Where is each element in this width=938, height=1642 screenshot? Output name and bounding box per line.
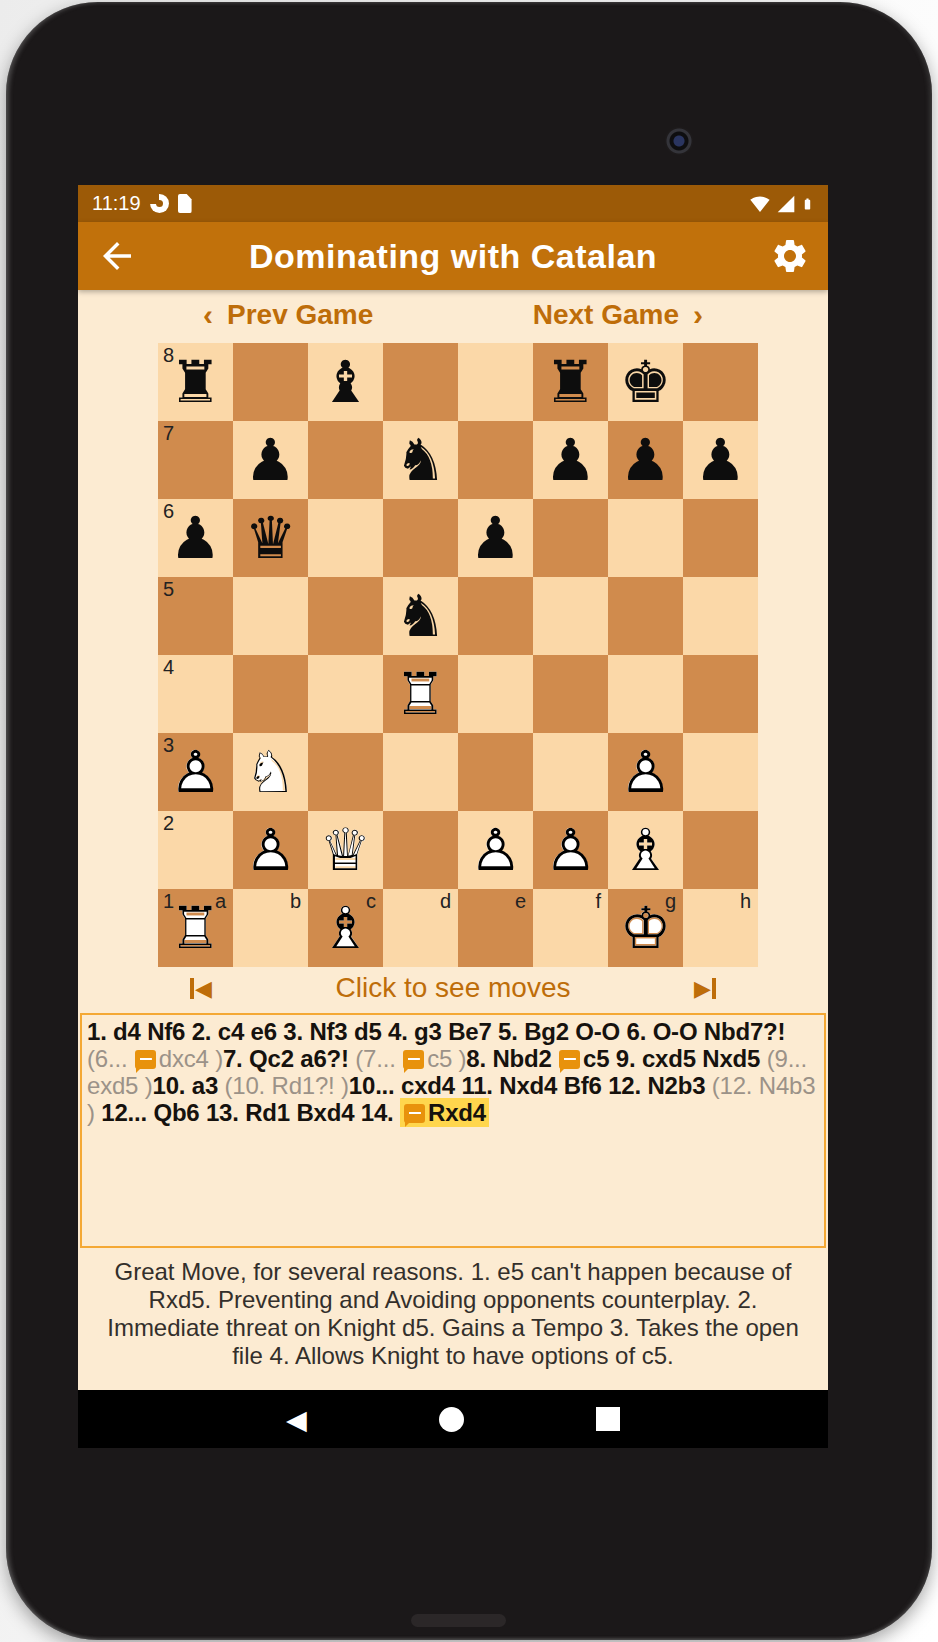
white-queen: ♛♕: [320, 821, 372, 879]
square-g4[interactable]: [608, 655, 683, 733]
black-pawn: ♟: [695, 431, 747, 489]
square-h8[interactable]: [683, 343, 758, 421]
white-rook: ♜♖: [395, 665, 447, 723]
file-label: b: [290, 890, 301, 913]
move-token[interactable]: 9. cxd5 Nxd5: [609, 1045, 766, 1072]
square-d8[interactable]: [383, 343, 458, 421]
square-e4[interactable]: [458, 655, 533, 733]
square-b5[interactable]: [233, 577, 308, 655]
battery-icon: [801, 193, 814, 215]
prev-game-button[interactable]: ‹ Prev Game: [203, 298, 373, 332]
white-bishop: ♝♗: [620, 821, 672, 879]
skip-to-end-icon: [712, 978, 716, 999]
square-a6[interactable]: 6♟: [158, 499, 233, 577]
square-f8[interactable]: ♜: [533, 343, 608, 421]
square-d1[interactable]: d: [383, 889, 458, 967]
square-h6[interactable]: [683, 499, 758, 577]
square-b3[interactable]: ♞♘: [233, 733, 308, 811]
square-g6[interactable]: [608, 499, 683, 577]
white-rook: ♜♖: [170, 899, 222, 957]
black-queen: ♛: [245, 509, 297, 567]
white-bishop: ♝♗: [320, 899, 372, 957]
cellular-signal-icon: [776, 194, 796, 214]
square-h5[interactable]: [683, 577, 758, 655]
white-pawn: ♟♙: [620, 743, 672, 801]
square-h4[interactable]: [683, 655, 758, 733]
move-commentary: Great Move, for several reasons. 1. e5 c…: [78, 1248, 828, 1370]
move-token[interactable]: 12... Qb6 13. Rd1 Bxd4 14.: [101, 1099, 400, 1126]
square-b4[interactable]: [233, 655, 308, 733]
next-game-button[interactable]: Next Game ›: [533, 298, 703, 332]
black-pawn: ♟: [545, 431, 597, 489]
white-knight: ♞♘: [245, 743, 297, 801]
square-b2[interactable]: ♟♙: [233, 811, 308, 889]
move-token[interactable]: dxc4 ): [134, 1045, 223, 1072]
square-e7[interactable]: [458, 421, 533, 499]
move-list: 1. d4 Nf6 2. c4 e6 3. Nf3 d5 4. g3 Be7 5…: [80, 1013, 826, 1248]
square-f3[interactable]: [533, 733, 608, 811]
recents-icon[interactable]: [596, 1407, 620, 1431]
square-a2[interactable]: 2: [158, 811, 233, 889]
rank-label: 4: [163, 656, 174, 679]
bezel-notch: [411, 1614, 506, 1627]
back-icon[interactable]: ◀: [286, 1404, 307, 1435]
square-f6[interactable]: [533, 499, 608, 577]
move-token[interactable]: 7. Qc2 a6?!: [223, 1045, 355, 1072]
rank-label: 7: [163, 422, 174, 445]
square-a5[interactable]: 5: [158, 577, 233, 655]
arrow-left-icon: [96, 235, 138, 277]
square-a8[interactable]: 8♜: [158, 343, 233, 421]
square-h1[interactable]: h: [683, 889, 758, 967]
skip-to-start-icon: [190, 978, 194, 999]
chevron-right-icon: ›: [693, 298, 703, 332]
back-button[interactable]: [96, 235, 156, 277]
black-pawn: ♟: [170, 509, 222, 567]
square-g5[interactable]: [608, 577, 683, 655]
file-label: h: [740, 890, 751, 913]
square-a3[interactable]: 3♟♙: [158, 733, 233, 811]
square-g7[interactable]: ♟: [608, 421, 683, 499]
data-usage-icon: [150, 194, 169, 213]
move-token[interactable]: (10. Rd1?! ): [225, 1072, 349, 1099]
move-token[interactable]: 8. Nbd2: [466, 1045, 558, 1072]
front-camera-icon: [665, 127, 693, 155]
settings-button[interactable]: [750, 236, 810, 276]
square-b6[interactable]: ♛: [233, 499, 308, 577]
next-game-label: Next Game: [533, 299, 679, 331]
skip-to-start-button[interactable]: ◀: [190, 976, 212, 1001]
square-e6[interactable]: ♟: [458, 499, 533, 577]
chess-board: 8♜♝♜♚7♟♞♟♟♟6♟♛♟5♞4♜♖3♟♙♞♘♟♙2♟♙♛♕♟♙♟♙♝♗1a…: [158, 343, 758, 967]
square-e1[interactable]: e: [458, 889, 533, 967]
page-title: Dominating with Catalan: [156, 237, 750, 276]
gear-icon: [770, 236, 810, 276]
square-e3[interactable]: [458, 733, 533, 811]
comment-icon: [404, 1104, 425, 1123]
square-g3[interactable]: ♟♙: [608, 733, 683, 811]
square-e2[interactable]: ♟♙: [458, 811, 533, 889]
black-bishop: ♝: [320, 353, 372, 411]
square-d2[interactable]: [383, 811, 458, 889]
square-f4[interactable]: [533, 655, 608, 733]
rank-label: 5: [163, 578, 174, 601]
square-f7[interactable]: ♟: [533, 421, 608, 499]
prev-game-label: Prev Game: [227, 299, 373, 331]
square-c2[interactable]: ♛♕: [308, 811, 383, 889]
square-c1[interactable]: c♝♗: [308, 889, 383, 967]
board-controls: ◀ Click to see moves ▶: [78, 967, 828, 1009]
square-d6[interactable]: [383, 499, 458, 577]
square-c7[interactable]: [308, 421, 383, 499]
white-pawn: ♟♙: [170, 743, 222, 801]
chevron-left-icon: ‹: [203, 298, 213, 332]
file-label: d: [440, 890, 451, 913]
move-token[interactable]: c5 ): [402, 1045, 466, 1072]
black-pawn: ♟: [470, 509, 522, 567]
square-h7[interactable]: ♟: [683, 421, 758, 499]
square-h2[interactable]: [683, 811, 758, 889]
square-g8[interactable]: ♚: [608, 343, 683, 421]
comment-icon: [403, 1050, 424, 1069]
square-a1[interactable]: 1a♜♖: [158, 889, 233, 967]
square-a7[interactable]: 7: [158, 421, 233, 499]
file-label: e: [515, 890, 526, 913]
file-label: f: [595, 890, 601, 913]
clock: 11:19: [92, 192, 141, 215]
square-c6[interactable]: [308, 499, 383, 577]
square-g1[interactable]: g♚♔: [608, 889, 683, 967]
comment-icon: [135, 1050, 156, 1069]
white-king: ♚♔: [620, 899, 672, 957]
move-token[interactable]: (7...: [355, 1045, 402, 1072]
square-d4[interactable]: ♜♖: [383, 655, 458, 733]
black-rook: ♜: [170, 353, 222, 411]
square-c3[interactable]: [308, 733, 383, 811]
status-bar: 11:19: [78, 185, 828, 222]
black-rook: ♜: [545, 353, 597, 411]
white-pawn: ♟♙: [545, 821, 597, 879]
move-token[interactable]: 10... cxd4 11. Nxd4 Bf6 12. N2b3: [349, 1072, 712, 1099]
black-knight: ♞: [395, 587, 447, 645]
app-screen: 11:19 Dominating with Catalan ‹ Prev Gam…: [78, 185, 828, 1448]
square-h3[interactable]: [683, 733, 758, 811]
square-c4[interactable]: [308, 655, 383, 733]
square-a4[interactable]: 4: [158, 655, 233, 733]
black-knight: ♞: [395, 431, 447, 489]
skip-to-end-button[interactable]: ▶: [694, 976, 716, 1001]
move-token[interactable]: 1. d4 Nf6 2. c4 e6 3. Nf3 d5 4. g3 Be7 5…: [87, 1018, 792, 1045]
square-e8[interactable]: [458, 343, 533, 421]
square-d3[interactable]: [383, 733, 458, 811]
move-token[interactable]: c5: [558, 1045, 609, 1072]
move-token[interactable]: 10. a3: [153, 1072, 225, 1099]
black-pawn: ♟: [620, 431, 672, 489]
rank-label: 6: [163, 500, 174, 523]
android-navigation-bar: ◀: [78, 1390, 828, 1448]
square-f2[interactable]: ♟♙: [533, 811, 608, 889]
rank-label: 2: [163, 812, 174, 835]
square-c5[interactable]: [308, 577, 383, 655]
moves-hint-label[interactable]: Click to see moves: [212, 972, 694, 1004]
square-b7[interactable]: ♟: [233, 421, 308, 499]
move-token[interactable]: (6...: [87, 1045, 134, 1072]
home-icon[interactable]: [439, 1407, 464, 1432]
sim-card-icon: [178, 194, 192, 213]
square-f1[interactable]: f: [533, 889, 608, 967]
white-pawn: ♟♙: [245, 821, 297, 879]
square-d7[interactable]: ♞: [383, 421, 458, 499]
square-c8[interactable]: ♝: [308, 343, 383, 421]
square-d5[interactable]: ♞: [383, 577, 458, 655]
black-king: ♚: [620, 353, 672, 411]
game-navigation: ‹ Prev Game Next Game ›: [78, 290, 828, 340]
app-bar: Dominating with Catalan: [78, 222, 828, 290]
square-g2[interactable]: ♝♗: [608, 811, 683, 889]
rank-label: 8: [163, 344, 174, 367]
black-pawn: ♟: [245, 431, 297, 489]
square-b1[interactable]: b: [233, 889, 308, 967]
square-b8[interactable]: [233, 343, 308, 421]
comment-icon: [559, 1050, 580, 1069]
wifi-icon: [749, 194, 771, 214]
move-token[interactable]: Rxd4: [400, 1098, 489, 1127]
white-pawn: ♟♙: [470, 821, 522, 879]
square-e5[interactable]: [458, 577, 533, 655]
square-f5[interactable]: [533, 577, 608, 655]
